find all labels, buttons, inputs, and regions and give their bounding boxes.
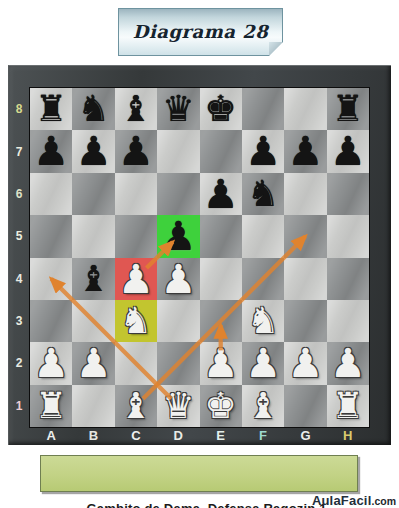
square-b5 bbox=[72, 215, 114, 257]
square-d7 bbox=[157, 130, 199, 172]
square-d5: ♟ bbox=[157, 215, 199, 257]
square-b7: ♟ bbox=[72, 130, 114, 172]
square-h5 bbox=[327, 215, 369, 257]
square-h1: ♜ bbox=[327, 385, 369, 427]
square-g7: ♟ bbox=[284, 130, 326, 172]
piece-black-rook: ♜ bbox=[327, 88, 369, 130]
square-h6 bbox=[327, 173, 369, 215]
rank-label-1: 1 bbox=[9, 399, 29, 413]
square-g3 bbox=[284, 300, 326, 342]
brand-tld: .com bbox=[371, 495, 396, 507]
square-g2: ♟ bbox=[284, 342, 326, 384]
file-label-c: C bbox=[131, 428, 140, 443]
square-f7: ♟ bbox=[242, 130, 284, 172]
square-e4 bbox=[200, 258, 242, 300]
square-b2: ♟ bbox=[72, 342, 114, 384]
square-d1: ♛ bbox=[157, 385, 199, 427]
piece-black-pawn: ♟ bbox=[115, 130, 157, 172]
square-f3: ♞ bbox=[242, 300, 284, 342]
square-c2 bbox=[115, 342, 157, 384]
piece-white-pawn: ♟ bbox=[115, 258, 157, 300]
piece-black-knight: ♞ bbox=[242, 173, 284, 215]
diagram-title: Diagrama 28 bbox=[119, 9, 282, 55]
square-b6 bbox=[72, 173, 114, 215]
square-h4 bbox=[327, 258, 369, 300]
square-f5 bbox=[242, 215, 284, 257]
square-f4 bbox=[242, 258, 284, 300]
square-h7: ♟ bbox=[327, 130, 369, 172]
square-f6: ♞ bbox=[242, 173, 284, 215]
square-e5 bbox=[200, 215, 242, 257]
square-b3 bbox=[72, 300, 114, 342]
piece-white-bishop: ♝ bbox=[242, 385, 284, 427]
diagram-title-banner: Diagrama 28 bbox=[118, 8, 283, 56]
piece-white-king: ♚ bbox=[200, 385, 242, 427]
piece-black-queen: ♛ bbox=[157, 88, 199, 130]
square-c5 bbox=[115, 215, 157, 257]
square-c1: ♝ bbox=[115, 385, 157, 427]
piece-black-pawn: ♟ bbox=[72, 130, 114, 172]
piece-white-bishop: ♝ bbox=[115, 385, 157, 427]
file-label-d: D bbox=[174, 428, 183, 443]
square-c8: ♝ bbox=[115, 88, 157, 130]
rank-label-4: 4 bbox=[9, 272, 29, 286]
piece-black-rook: ♜ bbox=[30, 88, 72, 130]
board-grid: ♜♞♝♛♚♜♟♟♟♟♟♟♟♞♟♝♟♟♞♞♟♟♟♟♟♟♜♝♛♚♝♜ bbox=[30, 88, 369, 427]
rank-label-8: 8 bbox=[9, 102, 29, 116]
square-a8: ♜ bbox=[30, 88, 72, 130]
square-b8: ♞ bbox=[72, 88, 114, 130]
square-g6 bbox=[284, 173, 326, 215]
square-e3 bbox=[200, 300, 242, 342]
square-h2: ♟ bbox=[327, 342, 369, 384]
square-c7: ♟ bbox=[115, 130, 157, 172]
square-e8: ♚ bbox=[200, 88, 242, 130]
file-label-f: F bbox=[259, 428, 267, 443]
piece-black-king: ♚ bbox=[200, 88, 242, 130]
piece-white-pawn: ♟ bbox=[200, 342, 242, 384]
rank-label-2: 2 bbox=[9, 356, 29, 370]
square-f1: ♝ bbox=[242, 385, 284, 427]
square-g5 bbox=[284, 215, 326, 257]
rank-label-6: 6 bbox=[9, 187, 29, 201]
square-a2: ♟ bbox=[30, 342, 72, 384]
square-a7: ♟ bbox=[30, 130, 72, 172]
square-d4: ♟ bbox=[157, 258, 199, 300]
square-f8 bbox=[242, 88, 284, 130]
square-c6 bbox=[115, 173, 157, 215]
square-d8: ♛ bbox=[157, 88, 199, 130]
square-b4: ♝ bbox=[72, 258, 114, 300]
square-h3 bbox=[327, 300, 369, 342]
file-label-h: H bbox=[343, 428, 352, 443]
rank-label-5: 5 bbox=[9, 229, 29, 243]
brand-name: AulaFacil bbox=[312, 493, 372, 508]
caption-word-ragozin: Ragozin bbox=[264, 501, 316, 508]
square-f2: ♟ bbox=[242, 342, 284, 384]
piece-black-pawn: ♟ bbox=[284, 130, 326, 172]
piece-white-rook: ♜ bbox=[30, 385, 72, 427]
square-a5 bbox=[30, 215, 72, 257]
caption-banner: Gambito de Dama, Defensa Ragozin 1 bbox=[40, 455, 358, 492]
piece-black-pawn: ♟ bbox=[242, 130, 284, 172]
file-label-b: B bbox=[89, 428, 98, 443]
piece-white-knight: ♞ bbox=[242, 300, 284, 342]
square-d3 bbox=[157, 300, 199, 342]
piece-black-bishop: ♝ bbox=[72, 258, 114, 300]
square-g4 bbox=[284, 258, 326, 300]
piece-black-bishop: ♝ bbox=[115, 88, 157, 130]
square-a6 bbox=[30, 173, 72, 215]
square-e7 bbox=[200, 130, 242, 172]
piece-black-pawn: ♟ bbox=[327, 130, 369, 172]
brand-watermark: AulaFacil.com bbox=[312, 491, 396, 508]
piece-white-pawn: ♟ bbox=[157, 258, 199, 300]
square-c4: ♟ bbox=[115, 258, 157, 300]
rank-label-3: 3 bbox=[9, 314, 29, 328]
square-a1: ♜ bbox=[30, 385, 72, 427]
square-e6: ♟ bbox=[200, 173, 242, 215]
piece-white-pawn: ♟ bbox=[72, 342, 114, 384]
piece-white-pawn: ♟ bbox=[284, 342, 326, 384]
rank-label-7: 7 bbox=[9, 145, 29, 159]
square-b1 bbox=[72, 385, 114, 427]
square-d2 bbox=[157, 342, 199, 384]
piece-white-queen: ♛ bbox=[157, 385, 199, 427]
piece-white-pawn: ♟ bbox=[242, 342, 284, 384]
square-c3: ♞ bbox=[115, 300, 157, 342]
piece-white-rook: ♜ bbox=[327, 385, 369, 427]
square-e2: ♟ bbox=[200, 342, 242, 384]
square-g1 bbox=[284, 385, 326, 427]
square-h8: ♜ bbox=[327, 88, 369, 130]
piece-white-knight: ♞ bbox=[115, 300, 157, 342]
piece-black-pawn: ♟ bbox=[157, 215, 199, 257]
file-label-g: G bbox=[300, 428, 310, 443]
file-label-e: E bbox=[216, 428, 225, 443]
piece-black-pawn: ♟ bbox=[200, 173, 242, 215]
square-a4 bbox=[30, 258, 72, 300]
file-label-a: A bbox=[46, 428, 55, 443]
square-e1: ♚ bbox=[200, 385, 242, 427]
caption-prefix: Gambito de Dama, Defensa bbox=[87, 501, 264, 508]
piece-white-pawn: ♟ bbox=[30, 342, 72, 384]
piece-black-knight: ♞ bbox=[72, 88, 114, 130]
piece-white-pawn: ♟ bbox=[327, 342, 369, 384]
square-g8 bbox=[284, 88, 326, 130]
chess-board: 87654321 ♜♞♝♛♚♜♟♟♟♟♟♟♟♞♟♝♟♟♞♞♟♟♟♟♟♟♜♝♛♚♝… bbox=[8, 65, 391, 445]
square-d6 bbox=[157, 173, 199, 215]
piece-black-pawn: ♟ bbox=[30, 130, 72, 172]
square-a3 bbox=[30, 300, 72, 342]
